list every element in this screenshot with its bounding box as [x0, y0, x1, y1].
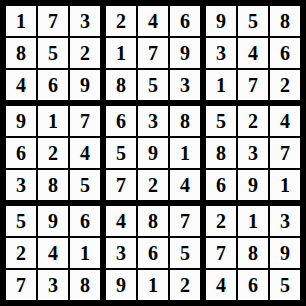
sudoku-cell-r8c8[interactable]: 8 — [236, 236, 268, 268]
sudoku-cell-r2c5[interactable]: 7 — [136, 36, 168, 68]
sudoku-cell-r8c5[interactable]: 6 — [136, 236, 168, 268]
sudoku-cell-r5c2[interactable]: 2 — [36, 136, 68, 168]
sudoku-cell-r7c3[interactable]: 6 — [68, 200, 100, 236]
sudoku-cell-r9c2[interactable]: 3 — [36, 268, 68, 300]
sudoku-cell-r4c4[interactable]: 6 — [100, 100, 136, 136]
sudoku-cell-r3c8[interactable]: 7 — [236, 68, 268, 100]
sudoku-cell-r8c9[interactable]: 9 — [268, 236, 300, 268]
sudoku-cell-r6c2[interactable]: 8 — [36, 168, 68, 200]
sudoku-board: 1732469588521793464698531729176385246245… — [0, 0, 306, 306]
sudoku-cell-r6c6[interactable]: 4 — [168, 168, 200, 200]
sudoku-cell-r4c6[interactable]: 8 — [168, 100, 200, 136]
sudoku-cell-r2c4[interactable]: 1 — [100, 36, 136, 68]
sudoku-cell-r4c9[interactable]: 4 — [268, 100, 300, 136]
sudoku-cell-r2c8[interactable]: 4 — [236, 36, 268, 68]
sudoku-cell-r5c4[interactable]: 5 — [100, 136, 136, 168]
sudoku-cell-r5c5[interactable]: 9 — [136, 136, 168, 168]
sudoku-cell-r6c4[interactable]: 7 — [100, 168, 136, 200]
sudoku-cell-r9c3[interactable]: 8 — [68, 268, 100, 300]
sudoku-cell-r2c9[interactable]: 6 — [268, 36, 300, 68]
sudoku-cell-r6c1[interactable]: 3 — [6, 168, 36, 200]
sudoku-cell-r8c4[interactable]: 3 — [100, 236, 136, 268]
sudoku-cell-r5c8[interactable]: 3 — [236, 136, 268, 168]
sudoku-cell-r6c8[interactable]: 9 — [236, 168, 268, 200]
sudoku-cell-r6c3[interactable]: 5 — [68, 168, 100, 200]
sudoku-cell-r7c4[interactable]: 4 — [100, 200, 136, 236]
sudoku-cell-r9c1[interactable]: 7 — [6, 268, 36, 300]
sudoku-cell-r1c3[interactable]: 3 — [68, 6, 100, 36]
sudoku-cell-r7c5[interactable]: 8 — [136, 200, 168, 236]
sudoku-cell-r3c2[interactable]: 6 — [36, 68, 68, 100]
sudoku-cell-r5c3[interactable]: 4 — [68, 136, 100, 168]
sudoku-cell-r9c4[interactable]: 9 — [100, 268, 136, 300]
sudoku-cell-r3c3[interactable]: 9 — [68, 68, 100, 100]
sudoku-cell-r4c2[interactable]: 1 — [36, 100, 68, 136]
sudoku-cell-r4c5[interactable]: 3 — [136, 100, 168, 136]
sudoku-cell-r8c7[interactable]: 7 — [200, 236, 236, 268]
sudoku-cell-r9c9[interactable]: 5 — [268, 268, 300, 300]
sudoku-cell-r1c4[interactable]: 2 — [100, 6, 136, 36]
sudoku-cell-r1c1[interactable]: 1 — [6, 6, 36, 36]
sudoku-cell-r7c6[interactable]: 7 — [168, 200, 200, 236]
sudoku-cell-r3c6[interactable]: 3 — [168, 68, 200, 100]
sudoku-cell-r7c7[interactable]: 2 — [200, 200, 236, 236]
sudoku-cell-r6c5[interactable]: 2 — [136, 168, 168, 200]
sudoku-cell-r4c1[interactable]: 9 — [6, 100, 36, 136]
sudoku-cell-r9c8[interactable]: 6 — [236, 268, 268, 300]
sudoku-cell-r5c9[interactable]: 7 — [268, 136, 300, 168]
sudoku-cell-r1c7[interactable]: 9 — [200, 6, 236, 36]
sudoku-cell-r3c5[interactable]: 5 — [136, 68, 168, 100]
sudoku-cell-r7c8[interactable]: 1 — [236, 200, 268, 236]
sudoku-cell-r9c5[interactable]: 1 — [136, 268, 168, 300]
sudoku-cell-r1c6[interactable]: 6 — [168, 6, 200, 36]
sudoku-cell-r4c7[interactable]: 5 — [200, 100, 236, 136]
sudoku-cell-r2c3[interactable]: 2 — [68, 36, 100, 68]
sudoku-cell-r2c6[interactable]: 9 — [168, 36, 200, 68]
sudoku-cell-r8c1[interactable]: 2 — [6, 236, 36, 268]
sudoku-cell-r9c6[interactable]: 2 — [168, 268, 200, 300]
sudoku-cell-r1c9[interactable]: 8 — [268, 6, 300, 36]
sudoku-cell-r8c6[interactable]: 5 — [168, 236, 200, 268]
sudoku-cell-r1c2[interactable]: 7 — [36, 6, 68, 36]
sudoku-cell-r7c9[interactable]: 3 — [268, 200, 300, 236]
sudoku-cell-r2c7[interactable]: 3 — [200, 36, 236, 68]
sudoku-cell-r7c1[interactable]: 5 — [6, 200, 36, 236]
sudoku-cell-r5c1[interactable]: 6 — [6, 136, 36, 168]
sudoku-cell-r1c8[interactable]: 5 — [236, 6, 268, 36]
sudoku-cell-r6c7[interactable]: 6 — [200, 168, 236, 200]
sudoku-cell-r8c3[interactable]: 1 — [68, 236, 100, 268]
sudoku-cell-r3c9[interactable]: 2 — [268, 68, 300, 100]
sudoku-cell-r2c1[interactable]: 8 — [6, 36, 36, 68]
sudoku-cell-r6c9[interactable]: 1 — [268, 168, 300, 200]
sudoku-cell-r1c5[interactable]: 4 — [136, 6, 168, 36]
sudoku-cell-r5c6[interactable]: 1 — [168, 136, 200, 168]
sudoku-cell-r3c1[interactable]: 4 — [6, 68, 36, 100]
sudoku-cell-r4c8[interactable]: 2 — [236, 100, 268, 136]
sudoku-cell-r3c7[interactable]: 1 — [200, 68, 236, 100]
sudoku-cell-r4c3[interactable]: 7 — [68, 100, 100, 136]
sudoku-cell-r9c7[interactable]: 4 — [200, 268, 236, 300]
sudoku-cell-r3c4[interactable]: 8 — [100, 68, 136, 100]
sudoku-cell-r7c2[interactable]: 9 — [36, 200, 68, 236]
sudoku-cell-r2c2[interactable]: 5 — [36, 36, 68, 68]
sudoku-cell-r8c2[interactable]: 4 — [36, 236, 68, 268]
sudoku-cell-r5c7[interactable]: 8 — [200, 136, 236, 168]
